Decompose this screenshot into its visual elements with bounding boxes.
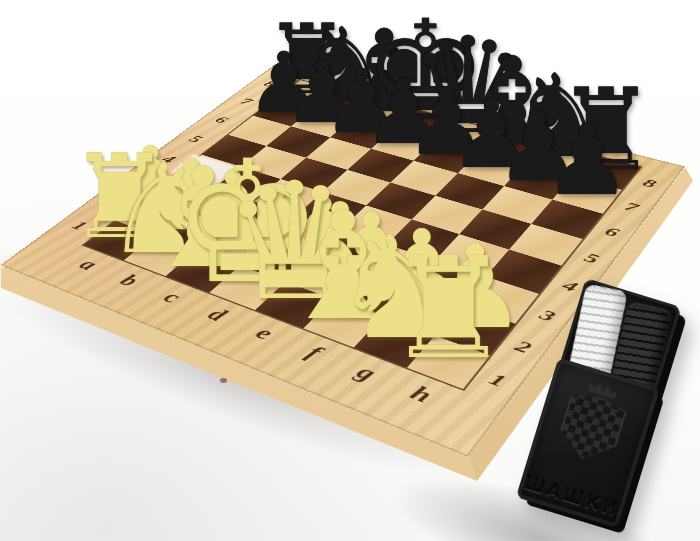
checkered-shield-crest-icon bbox=[554, 389, 628, 467]
rank-label-right-7: 7 bbox=[609, 195, 654, 218]
wood-knot bbox=[220, 378, 227, 383]
crown-icon bbox=[588, 380, 618, 399]
product-photo-stage: abcdefgh1122334455667788 ♜♞♝♚♛♝♞♜♟♟♟♟♟♟♟… bbox=[0, 0, 700, 541]
rank-label-right-5: 5 bbox=[568, 245, 616, 271]
board-squares-grid bbox=[84, 80, 640, 389]
checkers-box-lid: ШАШКИ bbox=[516, 357, 660, 528]
rank-label-right-2: 2 bbox=[498, 331, 550, 362]
checkers-box-label: ШАШКИ bbox=[518, 471, 625, 521]
rank-label-right-6: 6 bbox=[589, 220, 635, 244]
rank-label-right-3: 3 bbox=[523, 301, 573, 330]
rank-label-right-8: 8 bbox=[628, 172, 672, 194]
rank-label-left-8: 8 bbox=[249, 75, 291, 92]
